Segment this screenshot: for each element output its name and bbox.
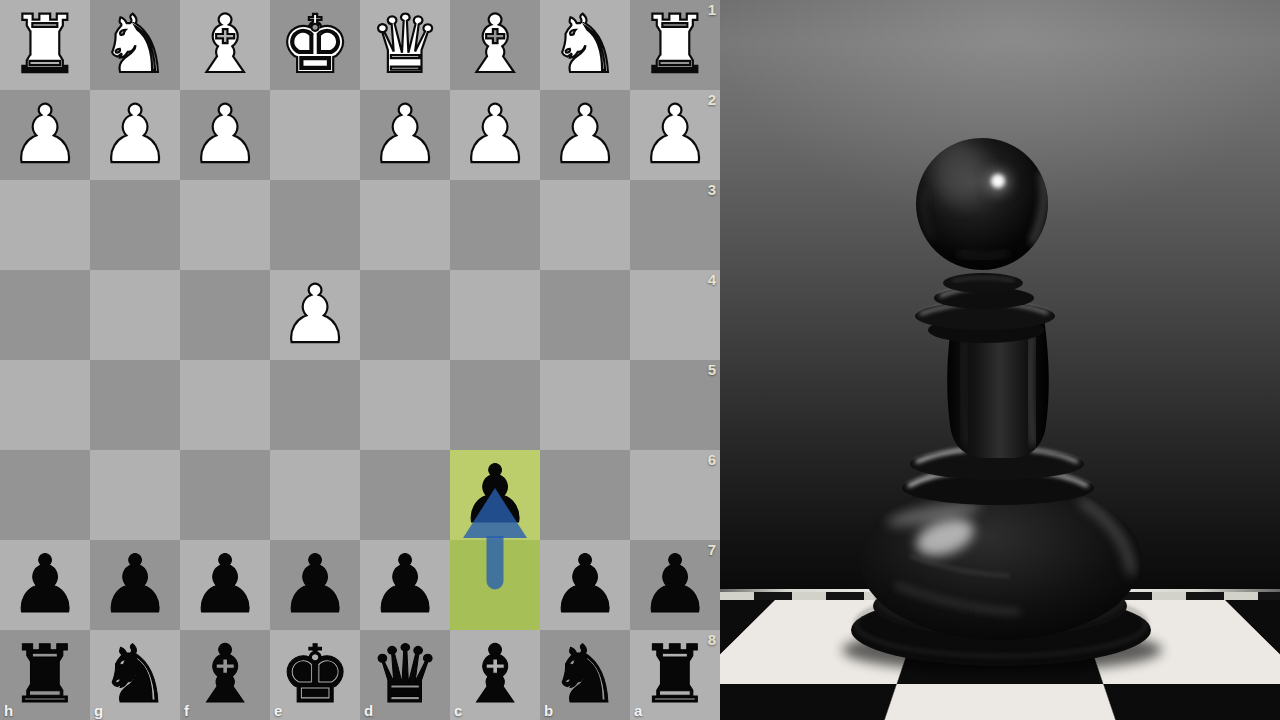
- square-c4[interactable]: [450, 270, 540, 360]
- piece-wR-a1[interactable]: ♜: [639, 0, 711, 90]
- square-e8[interactable]: ♚e: [270, 630, 360, 720]
- piece-wQ-d1[interactable]: ♛: [369, 0, 441, 90]
- piece-wP-h2[interactable]: ♟: [9, 90, 81, 180]
- square-f5[interactable]: [180, 360, 270, 450]
- piece-bN-b8[interactable]: ♞: [549, 630, 621, 720]
- square-g5[interactable]: [90, 360, 180, 450]
- piece-bP-d7[interactable]: ♟: [369, 540, 441, 630]
- coord-file-b: b: [544, 703, 553, 718]
- square-b6[interactable]: [540, 450, 630, 540]
- square-d4[interactable]: [360, 270, 450, 360]
- chess-board[interactable]: ♜♞♝♚♛♝♞♜1♟♟♟♟♟♟♟23♟45♟6♟♟♟♟♟♟♟7♜h♞g♝f♚e♛…: [0, 0, 720, 720]
- square-h6[interactable]: [0, 450, 90, 540]
- coord-file-g: g: [94, 703, 103, 718]
- coord-rank-8: 8: [708, 632, 716, 647]
- piece-bN-g8[interactable]: ♞: [99, 630, 171, 720]
- square-a3[interactable]: 3: [630, 180, 720, 270]
- piece-wP-g2[interactable]: ♟: [99, 90, 171, 180]
- square-a8[interactable]: ♜8a: [630, 630, 720, 720]
- square-c2[interactable]: ♟: [450, 90, 540, 180]
- piece-bQ-d8[interactable]: ♛: [369, 630, 441, 720]
- coord-file-e: e: [274, 703, 282, 718]
- square-e6[interactable]: [270, 450, 360, 540]
- coord-rank-3: 3: [708, 182, 716, 197]
- square-f1[interactable]: ♝: [180, 0, 270, 90]
- square-b1[interactable]: ♞: [540, 0, 630, 90]
- square-h4[interactable]: [0, 270, 90, 360]
- piece-wP-c2[interactable]: ♟: [459, 90, 531, 180]
- coord-file-a: a: [634, 703, 642, 718]
- square-c8[interactable]: ♝c: [450, 630, 540, 720]
- square-b2[interactable]: ♟: [540, 90, 630, 180]
- square-h2[interactable]: ♟: [0, 90, 90, 180]
- square-e5[interactable]: [270, 360, 360, 450]
- coord-file-d: d: [364, 703, 373, 718]
- square-g3[interactable]: [90, 180, 180, 270]
- piece-wN-b1[interactable]: ♞: [549, 0, 621, 90]
- square-h1[interactable]: ♜: [0, 0, 90, 90]
- square-e7[interactable]: ♟: [270, 540, 360, 630]
- coord-file-c: c: [454, 703, 462, 718]
- square-c5[interactable]: [450, 360, 540, 450]
- square-d5[interactable]: [360, 360, 450, 450]
- square-d2[interactable]: ♟: [360, 90, 450, 180]
- piece-bB-c8[interactable]: ♝: [459, 630, 531, 720]
- coord-rank-6: 6: [708, 452, 716, 467]
- square-a6[interactable]: 6: [630, 450, 720, 540]
- square-e4[interactable]: ♟: [270, 270, 360, 360]
- square-b3[interactable]: [540, 180, 630, 270]
- square-g2[interactable]: ♟: [90, 90, 180, 180]
- square-g1[interactable]: ♞: [90, 0, 180, 90]
- square-c3[interactable]: [450, 180, 540, 270]
- piece-bR-a8[interactable]: ♜: [639, 630, 711, 720]
- square-c7[interactable]: [450, 540, 540, 630]
- square-d7[interactable]: ♟: [360, 540, 450, 630]
- square-h8[interactable]: ♜h: [0, 630, 90, 720]
- square-h3[interactable]: [0, 180, 90, 270]
- square-e2[interactable]: [270, 90, 360, 180]
- square-f8[interactable]: ♝f: [180, 630, 270, 720]
- square-e1[interactable]: ♚: [270, 0, 360, 90]
- square-g6[interactable]: [90, 450, 180, 540]
- square-d1[interactable]: ♛: [360, 0, 450, 90]
- coord-file-h: h: [4, 703, 13, 718]
- coord-rank-5: 5: [708, 362, 716, 377]
- piece-bP-e7[interactable]: ♟: [279, 540, 351, 630]
- square-e3[interactable]: [270, 180, 360, 270]
- coord-rank-4: 4: [708, 272, 716, 287]
- square-b7[interactable]: ♟: [540, 540, 630, 630]
- square-a5[interactable]: 5: [630, 360, 720, 450]
- square-h7[interactable]: ♟: [0, 540, 90, 630]
- piece-wP-d2[interactable]: ♟: [369, 90, 441, 180]
- piece-bK-e8[interactable]: ♚: [279, 630, 351, 720]
- piece-bB-f8[interactable]: ♝: [189, 630, 261, 720]
- square-b8[interactable]: ♞b: [540, 630, 630, 720]
- square-c6[interactable]: ♟: [450, 450, 540, 540]
- piece-wP-a2[interactable]: ♟: [639, 90, 711, 180]
- square-d3[interactable]: [360, 180, 450, 270]
- square-g8[interactable]: ♞g: [90, 630, 180, 720]
- square-f2[interactable]: ♟: [180, 90, 270, 180]
- square-f3[interactable]: [180, 180, 270, 270]
- square-g7[interactable]: ♟: [90, 540, 180, 630]
- square-f4[interactable]: [180, 270, 270, 360]
- coord-file-f: f: [184, 703, 189, 718]
- piece-wP-e4[interactable]: ♟: [279, 270, 351, 360]
- piece-bP-b7[interactable]: ♟: [549, 540, 621, 630]
- piece-wB-f1[interactable]: ♝: [189, 0, 261, 90]
- piece-bP-h7[interactable]: ♟: [9, 540, 81, 630]
- square-a7[interactable]: ♟7: [630, 540, 720, 630]
- square-f6[interactable]: [180, 450, 270, 540]
- piece-wN-g1[interactable]: ♞: [99, 0, 171, 90]
- square-c1[interactable]: ♝: [450, 0, 540, 90]
- square-d8[interactable]: ♛d: [360, 630, 450, 720]
- pawn-photo-panel: [720, 0, 1280, 720]
- square-g4[interactable]: [90, 270, 180, 360]
- piece-bP-c6[interactable]: ♟: [459, 450, 531, 540]
- square-b5[interactable]: [540, 360, 630, 450]
- piece-wK-e1[interactable]: ♚: [279, 0, 351, 90]
- piece-wP-f2[interactable]: ♟: [189, 90, 261, 180]
- square-a4[interactable]: 4: [630, 270, 720, 360]
- square-a2[interactable]: ♟2: [630, 90, 720, 180]
- square-a1[interactable]: ♜1: [630, 0, 720, 90]
- square-f7[interactable]: ♟: [180, 540, 270, 630]
- piece-bP-a7[interactable]: ♟: [639, 540, 711, 630]
- square-d6[interactable]: [360, 450, 450, 540]
- piece-bR-h8[interactable]: ♜: [9, 630, 81, 720]
- piece-bP-g7[interactable]: ♟: [99, 540, 171, 630]
- square-h5[interactable]: [0, 360, 90, 450]
- coord-rank-1: 1: [708, 2, 716, 17]
- piece-bP-f7[interactable]: ♟: [189, 540, 261, 630]
- screen: ♜♞♝♚♛♝♞♜1♟♟♟♟♟♟♟23♟45♟6♟♟♟♟♟♟♟7♜h♞g♝f♚e♛…: [0, 0, 1280, 720]
- piece-wP-b2[interactable]: ♟: [549, 90, 621, 180]
- square-b4[interactable]: [540, 270, 630, 360]
- coord-rank-7: 7: [708, 542, 716, 557]
- piece-wB-c1[interactable]: ♝: [459, 0, 531, 90]
- coord-rank-2: 2: [708, 92, 716, 107]
- piece-wR-h1[interactable]: ♜: [9, 0, 81, 90]
- black-pawn-3d-icon: [720, 0, 1280, 720]
